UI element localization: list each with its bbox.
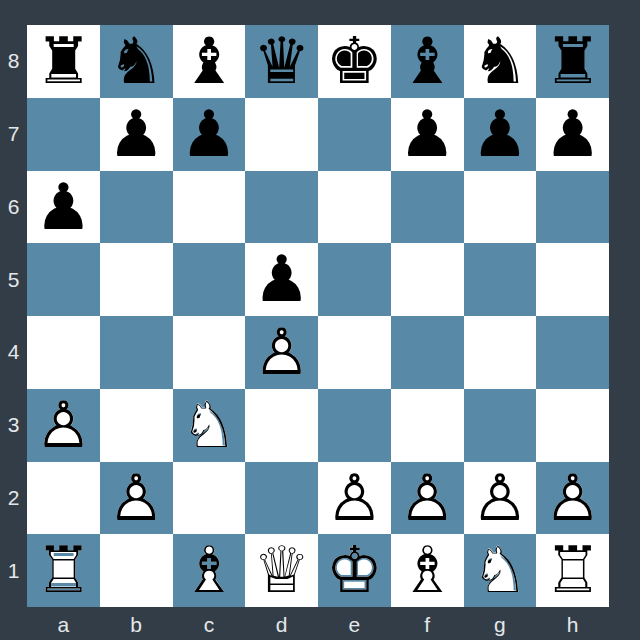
piece-glyph-outline: ♙: [253, 316, 310, 389]
square-h4[interactable]: [536, 316, 609, 389]
square-g1[interactable]: ♞♘: [464, 534, 537, 607]
rank-label-5: 5: [0, 243, 27, 316]
rank-label-4: 4: [0, 316, 27, 389]
square-b7[interactable]: ♟: [100, 98, 173, 171]
black-pawn[interactable]: ♟: [180, 98, 237, 171]
square-e3[interactable]: [318, 389, 391, 462]
black-king[interactable]: ♚: [326, 25, 383, 98]
square-g2[interactable]: ♟♙: [464, 462, 537, 535]
piece-glyph: ♞: [107, 25, 164, 98]
square-d3[interactable]: [245, 389, 318, 462]
file-label-h: h: [536, 609, 609, 640]
square-f7[interactable]: ♟: [391, 98, 464, 171]
square-b2[interactable]: ♟♙: [100, 462, 173, 535]
square-b8[interactable]: ♞: [100, 25, 173, 98]
square-a3[interactable]: ♟♙: [27, 389, 100, 462]
square-d4[interactable]: ♟♙: [245, 316, 318, 389]
piece-glyph-outline: ♔: [326, 534, 383, 607]
chess-board: ♜♞♝♛♚♝♞♜♟♟♟♟♟♟♟♟♙♟♙♞♘♟♙♟♙♟♙♟♙♟♙♜♖♝♗♛♕♚♔♝…: [27, 25, 609, 607]
square-a5[interactable]: [27, 243, 100, 316]
piece-glyph: ♜: [544, 25, 601, 98]
square-h1[interactable]: ♜♖: [536, 534, 609, 607]
rank-label-1: 1: [0, 534, 27, 607]
square-a2[interactable]: [27, 462, 100, 535]
piece-glyph-outline: ♗: [398, 534, 455, 607]
piece-glyph: ♟: [107, 98, 164, 171]
piece-glyph: ♜: [35, 25, 92, 98]
square-b5[interactable]: [100, 243, 173, 316]
piece-glyph: ♟: [398, 98, 455, 171]
black-pawn[interactable]: ♟: [253, 243, 310, 316]
white-bishop[interactable]: ♝♗: [180, 534, 237, 607]
rank-label-7: 7: [0, 98, 27, 171]
white-pawn[interactable]: ♟♙: [471, 462, 528, 535]
square-d2[interactable]: [245, 462, 318, 535]
white-king[interactable]: ♚♔: [326, 534, 383, 607]
square-f2[interactable]: ♟♙: [391, 462, 464, 535]
black-bishop[interactable]: ♝: [398, 25, 455, 98]
square-c2[interactable]: [173, 462, 246, 535]
white-pawn[interactable]: ♟♙: [326, 462, 383, 535]
square-h3[interactable]: [536, 389, 609, 462]
square-e1[interactable]: ♚♔: [318, 534, 391, 607]
black-pawn[interactable]: ♟: [398, 98, 455, 171]
black-rook[interactable]: ♜: [35, 25, 92, 98]
piece-glyph-outline: ♙: [544, 462, 601, 535]
black-queen[interactable]: ♛: [253, 25, 310, 98]
piece-glyph: ♛: [253, 25, 310, 98]
square-g6[interactable]: [464, 171, 537, 244]
rank-labels: 87654321: [0, 25, 27, 607]
square-f5[interactable]: [391, 243, 464, 316]
white-pawn[interactable]: ♟♙: [398, 462, 455, 535]
square-a1[interactable]: ♜♖: [27, 534, 100, 607]
square-a8[interactable]: ♜: [27, 25, 100, 98]
square-f8[interactable]: ♝: [391, 25, 464, 98]
square-f3[interactable]: [391, 389, 464, 462]
rank-label-3: 3: [0, 389, 27, 462]
square-h5[interactable]: [536, 243, 609, 316]
file-label-g: g: [464, 609, 537, 640]
white-pawn[interactable]: ♟♙: [253, 316, 310, 389]
white-bishop[interactable]: ♝♗: [398, 534, 455, 607]
square-d5[interactable]: ♟: [245, 243, 318, 316]
square-f4[interactable]: [391, 316, 464, 389]
file-label-b: b: [100, 609, 173, 640]
piece-glyph: ♝: [180, 25, 237, 98]
square-b6[interactable]: [100, 171, 173, 244]
piece-glyph-outline: ♙: [107, 462, 164, 535]
piece-glyph-outline: ♙: [398, 462, 455, 535]
piece-glyph: ♞: [471, 25, 528, 98]
piece-glyph: ♟: [544, 98, 601, 171]
square-c6[interactable]: [173, 171, 246, 244]
square-c3[interactable]: ♞♘: [173, 389, 246, 462]
piece-glyph-outline: ♖: [35, 534, 92, 607]
square-b3[interactable]: [100, 389, 173, 462]
chess-diagram: 87654321 ♜♞♝♛♚♝♞♜♟♟♟♟♟♟♟♟♙♟♙♞♘♟♙♟♙♟♙♟♙♟♙…: [0, 0, 640, 640]
piece-glyph: ♝: [398, 25, 455, 98]
piece-glyph-outline: ♘: [180, 389, 237, 462]
square-c8[interactable]: ♝: [173, 25, 246, 98]
square-f1[interactable]: ♝♗: [391, 534, 464, 607]
black-pawn[interactable]: ♟: [471, 98, 528, 171]
white-pawn[interactable]: ♟♙: [35, 389, 92, 462]
rank-label-8: 8: [0, 25, 27, 98]
piece-glyph-outline: ♙: [35, 389, 92, 462]
file-label-a: a: [27, 609, 100, 640]
file-label-e: e: [318, 609, 391, 640]
square-e7[interactable]: [318, 98, 391, 171]
square-f6[interactable]: [391, 171, 464, 244]
square-g5[interactable]: [464, 243, 537, 316]
square-d6[interactable]: [245, 171, 318, 244]
square-e8[interactable]: ♚: [318, 25, 391, 98]
piece-glyph-outline: ♙: [471, 462, 528, 535]
square-e2[interactable]: ♟♙: [318, 462, 391, 535]
white-knight[interactable]: ♞♘: [180, 389, 237, 462]
black-pawn[interactable]: ♟: [544, 98, 601, 171]
square-h2[interactable]: ♟♙: [536, 462, 609, 535]
file-label-c: c: [173, 609, 246, 640]
square-h7[interactable]: ♟: [536, 98, 609, 171]
black-rook[interactable]: ♜: [544, 25, 601, 98]
piece-glyph-outline: ♗: [180, 534, 237, 607]
square-e4[interactable]: [318, 316, 391, 389]
piece-glyph: ♟: [471, 98, 528, 171]
black-pawn[interactable]: ♟: [107, 98, 164, 171]
white-pawn[interactable]: ♟♙: [544, 462, 601, 535]
square-e6[interactable]: [318, 171, 391, 244]
piece-glyph: ♟: [35, 171, 92, 244]
piece-glyph: ♟: [180, 98, 237, 171]
square-a6[interactable]: ♟: [27, 171, 100, 244]
square-b1[interactable]: [100, 534, 173, 607]
file-labels: abcdefgh: [27, 609, 609, 640]
square-d7[interactable]: [245, 98, 318, 171]
square-g7[interactable]: ♟: [464, 98, 537, 171]
black-bishop[interactable]: ♝: [180, 25, 237, 98]
white-pawn[interactable]: ♟♙: [107, 462, 164, 535]
square-g8[interactable]: ♞: [464, 25, 537, 98]
rank-label-2: 2: [0, 462, 27, 535]
square-h6[interactable]: [536, 171, 609, 244]
white-rook[interactable]: ♜♖: [544, 534, 601, 607]
square-d1[interactable]: ♛♕: [245, 534, 318, 607]
piece-glyph: ♚: [326, 25, 383, 98]
piece-glyph-outline: ♕: [253, 534, 310, 607]
square-a4[interactable]: [27, 316, 100, 389]
square-g4[interactable]: [464, 316, 537, 389]
black-knight[interactable]: ♞: [107, 25, 164, 98]
rank-label-6: 6: [0, 171, 27, 244]
square-b4[interactable]: [100, 316, 173, 389]
square-a7[interactable]: [27, 98, 100, 171]
square-d8[interactable]: ♛: [245, 25, 318, 98]
black-pawn[interactable]: ♟: [35, 171, 92, 244]
square-c1[interactable]: ♝♗: [173, 534, 246, 607]
file-label-f: f: [391, 609, 464, 640]
square-g3[interactable]: [464, 389, 537, 462]
piece-glyph-outline: ♖: [544, 534, 601, 607]
square-h8[interactable]: ♜: [536, 25, 609, 98]
file-label-d: d: [245, 609, 318, 640]
square-c5[interactable]: [173, 243, 246, 316]
white-rook[interactable]: ♜♖: [35, 534, 92, 607]
piece-glyph-outline: ♘: [471, 534, 528, 607]
piece-glyph: ♟: [253, 243, 310, 316]
square-e5[interactable]: [318, 243, 391, 316]
white-knight[interactable]: ♞♘: [471, 534, 528, 607]
square-c4[interactable]: [173, 316, 246, 389]
square-c7[interactable]: ♟: [173, 98, 246, 171]
white-queen[interactable]: ♛♕: [253, 534, 310, 607]
piece-glyph-outline: ♙: [326, 462, 383, 535]
black-knight[interactable]: ♞: [471, 25, 528, 98]
